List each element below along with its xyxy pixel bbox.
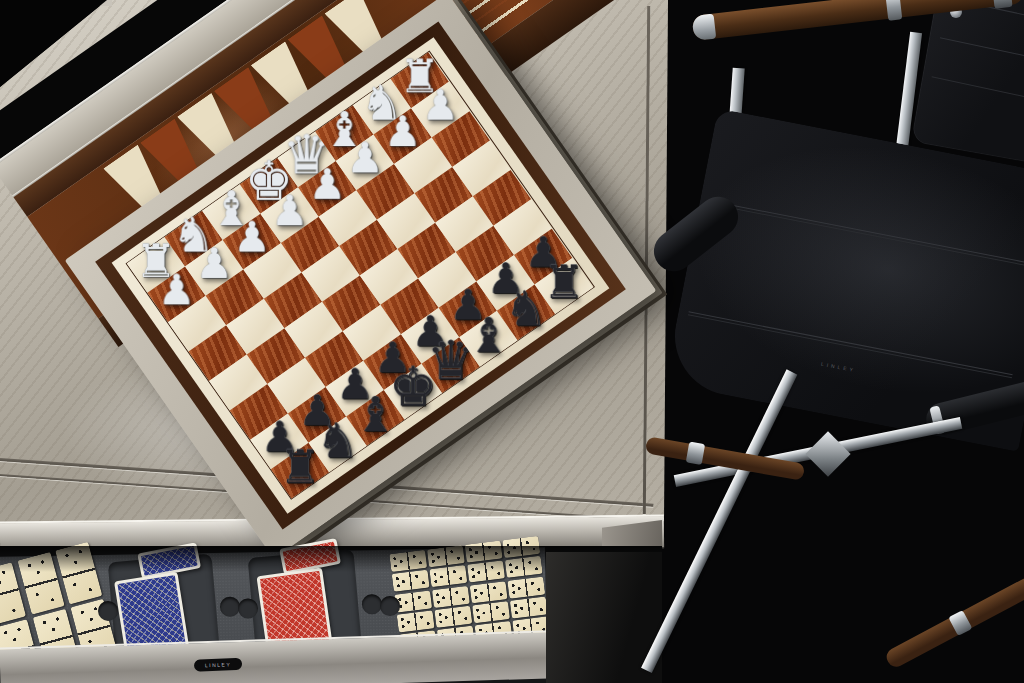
x-frame-joint xyxy=(805,431,850,476)
domino-tile xyxy=(472,601,510,623)
scene: ♜♞♝♚♛♝♞♜♟♟♟♟♟♟♟♟♟♟♟♟♟♟♟♟♜♞♝♚♛♝♞♜ LINLEY xyxy=(0,0,1024,683)
walnut-stretcher xyxy=(884,553,1024,670)
brand-plaque-text: LINLEY xyxy=(205,661,231,668)
brand-plaque: LINLEY xyxy=(194,658,242,672)
domino-tile xyxy=(434,606,472,628)
domino-tile xyxy=(510,596,548,618)
domino-tile xyxy=(397,610,435,632)
chrome-clamp xyxy=(885,0,902,21)
chrome-collar xyxy=(948,610,972,636)
chair-brand-text: LINLEY xyxy=(821,361,857,374)
domino-tile xyxy=(507,576,545,598)
chair-backrest xyxy=(911,0,1024,166)
domino-tile xyxy=(394,590,432,612)
chrome-cap xyxy=(692,14,717,41)
chrome-collar xyxy=(686,442,705,465)
domino-tile xyxy=(470,581,508,603)
domino-tile xyxy=(392,570,430,592)
stitch-line xyxy=(710,200,1024,264)
domino-tile xyxy=(432,585,470,607)
